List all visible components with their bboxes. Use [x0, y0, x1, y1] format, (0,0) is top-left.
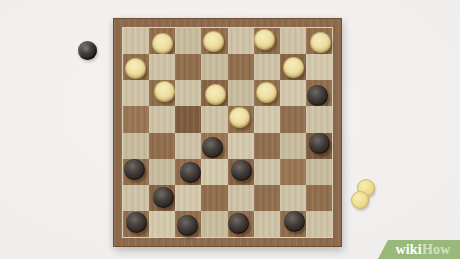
square-r6c2[interactable] — [149, 159, 175, 185]
square-r5c4[interactable] — [201, 133, 227, 159]
square-r2c3[interactable] — [175, 54, 201, 80]
square-r3c1[interactable] — [123, 80, 149, 106]
dark-piece-r8c1[interactable] — [126, 212, 147, 233]
square-r2c1[interactable] — [123, 54, 149, 80]
watermark-wiki-text: wiki — [395, 242, 421, 258]
square-r1c4[interactable] — [201, 28, 227, 54]
light-piece-r1c2[interactable] — [152, 33, 173, 54]
light-piece-r1c8[interactable] — [310, 32, 331, 53]
square-r6c8[interactable] — [306, 159, 332, 185]
square-r5c7[interactable] — [280, 133, 306, 159]
square-r6c3[interactable] — [175, 159, 201, 185]
square-r3c6[interactable] — [254, 80, 280, 106]
square-r3c3[interactable] — [175, 80, 201, 106]
board-grid — [122, 27, 333, 238]
square-r3c2[interactable] — [149, 80, 175, 106]
square-r3c7[interactable] — [280, 80, 306, 106]
square-r6c1[interactable] — [123, 159, 149, 185]
dark-piece-r8c3[interactable] — [177, 215, 198, 236]
square-r7c5[interactable] — [228, 185, 254, 211]
dark-piece-r5c8[interactable] — [309, 133, 330, 154]
dark-piece-r8c5[interactable] — [228, 213, 249, 234]
square-r2c5[interactable] — [228, 54, 254, 80]
dark-piece-r5c4[interactable] — [202, 137, 223, 158]
square-r5c3[interactable] — [175, 133, 201, 159]
square-r5c1[interactable] — [123, 133, 149, 159]
square-r2c4[interactable] — [201, 54, 227, 80]
dark-piece-r8c7[interactable] — [284, 211, 305, 232]
wikihow-watermark: wikiHow — [378, 240, 460, 259]
light-piece-r1c6[interactable] — [254, 29, 275, 50]
square-r4c5[interactable] — [228, 106, 254, 132]
square-r5c2[interactable] — [149, 133, 175, 159]
dark-piece-r6c1[interactable] — [124, 159, 145, 180]
square-r4c4[interactable] — [201, 106, 227, 132]
square-r1c7[interactable] — [280, 28, 306, 54]
square-r3c4[interactable] — [201, 80, 227, 106]
dark-piece-r3c8[interactable] — [307, 85, 328, 106]
square-r5c5[interactable] — [228, 133, 254, 159]
square-r4c2[interactable] — [149, 106, 175, 132]
square-r5c8[interactable] — [306, 133, 332, 159]
square-r2c7[interactable] — [280, 54, 306, 80]
square-r4c6[interactable] — [254, 106, 280, 132]
square-r6c7[interactable] — [280, 159, 306, 185]
square-r7c8[interactable] — [306, 185, 332, 211]
square-r3c8[interactable] — [306, 80, 332, 106]
square-r3c5[interactable] — [228, 80, 254, 106]
light-piece-r2c1[interactable] — [125, 58, 146, 79]
offboard-captured-dark-piece[interactable] — [78, 41, 97, 60]
light-piece-r3c4[interactable] — [205, 84, 226, 105]
square-r7c1[interactable] — [123, 185, 149, 211]
square-r8c2[interactable] — [149, 211, 175, 237]
square-r2c6[interactable] — [254, 54, 280, 80]
square-r1c2[interactable] — [149, 28, 175, 54]
square-r7c3[interactable] — [175, 185, 201, 211]
square-r8c7[interactable] — [280, 211, 306, 237]
dark-piece-r7c2[interactable] — [153, 187, 174, 208]
checkers-board — [113, 18, 342, 247]
light-piece-r3c6[interactable] — [256, 82, 277, 103]
square-r8c3[interactable] — [175, 211, 201, 237]
square-r7c4[interactable] — [201, 185, 227, 211]
square-r6c4[interactable] — [201, 159, 227, 185]
square-r1c6[interactable] — [254, 28, 280, 54]
square-r4c7[interactable] — [280, 106, 306, 132]
square-r4c8[interactable] — [306, 106, 332, 132]
light-piece-r2c7[interactable] — [283, 57, 304, 78]
square-r7c2[interactable] — [149, 185, 175, 211]
dark-piece-r6c5[interactable] — [231, 160, 252, 181]
square-r5c6[interactable] — [254, 133, 280, 159]
light-piece-r4c5[interactable] — [229, 107, 250, 128]
offboard-captured-light-piece-2[interactable] — [351, 191, 369, 209]
square-r8c8[interactable] — [306, 211, 332, 237]
scene: wikiHow — [0, 0, 460, 259]
square-r4c1[interactable] — [123, 106, 149, 132]
square-r7c6[interactable] — [254, 185, 280, 211]
square-r6c5[interactable] — [228, 159, 254, 185]
watermark-how-text: How — [422, 242, 451, 258]
square-r4c3[interactable] — [175, 106, 201, 132]
square-r6c6[interactable] — [254, 159, 280, 185]
square-r8c5[interactable] — [228, 211, 254, 237]
square-r1c8[interactable] — [306, 28, 332, 54]
dark-piece-r6c3[interactable] — [180, 162, 201, 183]
square-r8c4[interactable] — [201, 211, 227, 237]
square-r7c7[interactable] — [280, 185, 306, 211]
square-r1c1[interactable] — [123, 28, 149, 54]
square-r2c8[interactable] — [306, 54, 332, 80]
square-r8c6[interactable] — [254, 211, 280, 237]
square-r8c1[interactable] — [123, 211, 149, 237]
square-r1c5[interactable] — [228, 28, 254, 54]
square-r2c2[interactable] — [149, 54, 175, 80]
light-piece-r3c2[interactable] — [154, 81, 175, 102]
square-r1c3[interactable] — [175, 28, 201, 54]
light-piece-r1c4[interactable] — [203, 31, 224, 52]
